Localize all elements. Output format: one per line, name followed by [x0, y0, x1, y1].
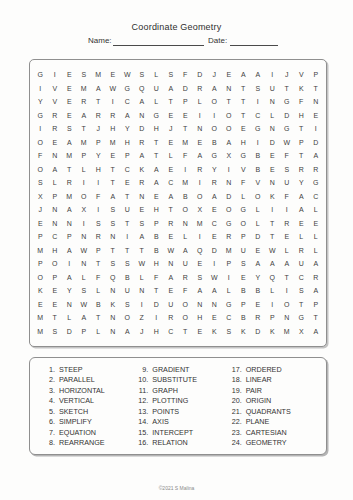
grid-cell-r16c15[interactable]: E [236, 271, 251, 285]
grid-cell-r12c5[interactable]: S [91, 217, 106, 231]
grid-cell-r7c17[interactable]: E [265, 149, 280, 163]
grid-cell-r4c2[interactable]: R [48, 109, 63, 123]
grid-cell-r17c14[interactable]: L [222, 284, 237, 298]
grid-cell-r17c11[interactable]: F [178, 284, 193, 298]
grid-cell-r3c10[interactable]: T [164, 95, 179, 109]
grid-cell-r5c6[interactable]: H [106, 122, 121, 136]
grid-cell-r15c4[interactable]: N [77, 257, 92, 271]
grid-cell-r6c9[interactable]: T [149, 136, 164, 150]
grid-cell-r2c4[interactable]: M [77, 82, 92, 96]
grid-cell-r13c10[interactable]: E [164, 230, 179, 244]
grid-cell-r8c10[interactable]: E [164, 163, 179, 177]
grid-cell-r6c6[interactable]: M [106, 136, 121, 150]
grid-cell-r20c1[interactable]: M [33, 325, 48, 339]
grid-cell-r14c16[interactable]: E [251, 244, 266, 258]
grid-cell-r10c14[interactable]: D [222, 190, 237, 204]
grid-cell-r12c12[interactable]: M [193, 217, 208, 231]
grid-cell-r20c17[interactable]: K [265, 325, 280, 339]
grid-cell-r6c20[interactable]: D [309, 136, 324, 150]
grid-cell-r8c11[interactable]: I [178, 163, 193, 177]
grid-cell-r15c5[interactable]: T [91, 257, 106, 271]
grid-cell-r3c6[interactable]: I [106, 95, 121, 109]
grid-cell-r8c3[interactable]: T [62, 163, 77, 177]
grid-cell-r20c2[interactable]: S [48, 325, 63, 339]
grid-cell-r13c15[interactable]: P [236, 230, 251, 244]
grid-cell-r18c15[interactable]: P [236, 298, 251, 312]
grid-cell-r9c14[interactable]: N [222, 176, 237, 190]
grid-cell-r8c13[interactable]: Y [207, 163, 222, 177]
grid-cell-r6c17[interactable]: D [265, 136, 280, 150]
grid-cell-r17c13[interactable]: A [207, 284, 222, 298]
grid-cell-r18c20[interactable]: P [309, 298, 324, 312]
grid-cell-r8c5[interactable]: H [91, 163, 106, 177]
grid-cell-r5c4[interactable]: T [77, 122, 92, 136]
grid-cell-r1c11[interactable]: F [178, 68, 193, 82]
grid-cell-r10c1[interactable]: X [33, 190, 48, 204]
grid-cell-r12c13[interactable]: C [207, 217, 222, 231]
grid-cell-r7c4[interactable]: P [77, 149, 92, 163]
grid-cell-r14c12[interactable]: Q [193, 244, 208, 258]
grid-cell-r4c16[interactable]: C [251, 109, 266, 123]
grid-cell-r19c14[interactable]: C [222, 311, 237, 325]
grid-cell-r15c12[interactable]: E [193, 257, 208, 271]
grid-cell-r14c18[interactable]: L [280, 244, 295, 258]
grid-cell-r11c2[interactable]: N [48, 203, 63, 217]
grid-cell-r19c8[interactable]: Z [135, 311, 150, 325]
grid-cell-r14c8[interactable]: T [135, 244, 150, 258]
grid-cell-r13c6[interactable]: N [106, 230, 121, 244]
grid-cell-r7c15[interactable]: G [236, 149, 251, 163]
grid-cell-r17c16[interactable]: B [251, 284, 266, 298]
grid-cell-r9c4[interactable]: I [77, 176, 92, 190]
grid-cell-r16c12[interactable]: S [193, 271, 208, 285]
grid-cell-r20c19[interactable]: X [294, 325, 309, 339]
grid-cell-r16c19[interactable]: C [294, 271, 309, 285]
grid-cell-r7c11[interactable]: F [178, 149, 193, 163]
grid-cell-r20c3[interactable]: D [62, 325, 77, 339]
grid-cell-r4c3[interactable]: E [62, 109, 77, 123]
grid-cell-r10c16[interactable]: O [251, 190, 266, 204]
grid-cell-r5c10[interactable]: J [164, 122, 179, 136]
grid-cell-r4c5[interactable]: R [91, 109, 106, 123]
grid-cell-r3c20[interactable]: N [309, 95, 324, 109]
grid-cell-r14c7[interactable]: T [120, 244, 135, 258]
grid-cell-r8c20[interactable]: R [309, 163, 324, 177]
grid-cell-r12c7[interactable]: T [120, 217, 135, 231]
grid-cell-r7c3[interactable]: M [62, 149, 77, 163]
grid-cell-r10c19[interactable]: A [294, 190, 309, 204]
grid-cell-r4c6[interactable]: R [106, 109, 121, 123]
grid-cell-r6c5[interactable]: P [91, 136, 106, 150]
grid-cell-r1c3[interactable]: E [62, 68, 77, 82]
grid-cell-r19c11[interactable]: O [178, 311, 193, 325]
grid-cell-r14c14[interactable]: M [222, 244, 237, 258]
grid-cell-r12c14[interactable]: G [222, 217, 237, 231]
grid-cell-r13c20[interactable]: L [309, 230, 324, 244]
grid-cell-r2c19[interactable]: K [294, 82, 309, 96]
grid-cell-r18c18[interactable]: O [280, 298, 295, 312]
grid-cell-r11c15[interactable]: G [236, 203, 251, 217]
grid-cell-r2c10[interactable]: A [164, 82, 179, 96]
grid-cell-r7c2[interactable]: N [48, 149, 63, 163]
grid-cell-r1c16[interactable]: A [251, 68, 266, 82]
grid-cell-r8c15[interactable]: V [236, 163, 251, 177]
grid-cell-r1c5[interactable]: M [91, 68, 106, 82]
grid-cell-r17c12[interactable]: A [193, 284, 208, 298]
grid-cell-r10c2[interactable]: P [48, 190, 63, 204]
grid-cell-r12c9[interactable]: P [149, 217, 164, 231]
grid-cell-r7c19[interactable]: T [294, 149, 309, 163]
grid-cell-r7c5[interactable]: Y [91, 149, 106, 163]
grid-cell-r9c1[interactable]: S [33, 176, 48, 190]
grid-cell-r16c18[interactable]: T [280, 271, 295, 285]
grid-cell-r6c14[interactable]: A [222, 136, 237, 150]
grid-cell-r9c15[interactable]: F [236, 176, 251, 190]
grid-cell-r20c18[interactable]: M [280, 325, 295, 339]
grid-cell-r8c17[interactable]: E [265, 163, 280, 177]
grid-cell-r19c3[interactable]: L [62, 311, 77, 325]
grid-cell-r6c15[interactable]: H [236, 136, 251, 150]
grid-cell-r17c18[interactable]: I [280, 284, 295, 298]
grid-cell-r20c6[interactable]: N [106, 325, 121, 339]
grid-cell-r12c20[interactable]: E [309, 217, 324, 231]
grid-cell-r2c1[interactable]: I [33, 82, 48, 96]
grid-cell-r19c2[interactable]: T [48, 311, 63, 325]
grid-cell-r9c3[interactable]: R [62, 176, 77, 190]
grid-cell-r18c1[interactable]: E [33, 298, 48, 312]
grid-cell-r17c10[interactable]: E [164, 284, 179, 298]
grid-cell-r3c11[interactable]: P [178, 95, 193, 109]
grid-cell-r20c12[interactable]: E [193, 325, 208, 339]
grid-cell-r17c9[interactable]: T [149, 284, 164, 298]
grid-cell-r13c11[interactable]: L [178, 230, 193, 244]
grid-cell-r11c18[interactable]: I [280, 203, 295, 217]
grid-cell-r12c16[interactable]: L [251, 217, 266, 231]
grid-cell-r19c9[interactable]: I [149, 311, 164, 325]
grid-cell-r19c16[interactable]: R [251, 311, 266, 325]
grid-cell-r15c13[interactable]: I [207, 257, 222, 271]
grid-cell-r15c18[interactable]: A [280, 257, 295, 271]
grid-cell-r20c13[interactable]: K [207, 325, 222, 339]
grid-cell-r11c11[interactable]: O [178, 203, 193, 217]
grid-cell-r16c6[interactable]: Q [106, 271, 121, 285]
grid-cell-r13c7[interactable]: I [120, 230, 135, 244]
grid-cell-r6c7[interactable]: H [120, 136, 135, 150]
grid-cell-r6c4[interactable]: M [77, 136, 92, 150]
name-field-line[interactable] [113, 45, 204, 46]
grid-cell-r5c17[interactable]: N [265, 122, 280, 136]
grid-cell-r12c19[interactable]: E [294, 217, 309, 231]
grid-cell-r18c19[interactable]: T [294, 298, 309, 312]
grid-cell-r16c5[interactable]: F [91, 271, 106, 285]
grid-cell-r13c5[interactable]: R [91, 230, 106, 244]
grid-cell-r3c3[interactable]: E [62, 95, 77, 109]
grid-cell-r1c6[interactable]: E [106, 68, 121, 82]
grid-cell-r3c18[interactable]: G [280, 95, 295, 109]
grid-cell-r2c18[interactable]: T [280, 82, 295, 96]
grid-cell-r7c9[interactable]: T [149, 149, 164, 163]
grid-cell-r5c5[interactable]: J [91, 122, 106, 136]
grid-cell-r12c6[interactable]: S [106, 217, 121, 231]
grid-cell-r8c8[interactable]: K [135, 163, 150, 177]
grid-cell-r4c18[interactable]: D [280, 109, 295, 123]
grid-cell-r10c9[interactable]: E [149, 190, 164, 204]
grid-cell-r11c4[interactable]: X [77, 203, 92, 217]
grid-cell-r14c1[interactable]: M [33, 244, 48, 258]
grid-cell-r15c8[interactable]: W [135, 257, 150, 271]
grid-cell-r14c3[interactable]: A [62, 244, 77, 258]
grid-cell-r2c17[interactable]: U [265, 82, 280, 96]
grid-cell-r10c3[interactable]: M [62, 190, 77, 204]
grid-cell-r17c19[interactable]: S [294, 284, 309, 298]
grid-cell-r20c15[interactable]: K [236, 325, 251, 339]
grid-cell-r20c4[interactable]: P [77, 325, 92, 339]
grid-cell-r1c13[interactable]: J [207, 68, 222, 82]
grid-cell-r6c8[interactable]: R [135, 136, 150, 150]
grid-cell-r5c16[interactable]: G [251, 122, 266, 136]
grid-cell-r11c16[interactable]: L [251, 203, 266, 217]
grid-cell-r14c5[interactable]: P [91, 244, 106, 258]
grid-cell-r15c19[interactable]: U [294, 257, 309, 271]
grid-cell-r13c4[interactable]: N [77, 230, 92, 244]
grid-cell-r18c13[interactable]: N [207, 298, 222, 312]
grid-cell-r8c14[interactable]: I [222, 163, 237, 177]
grid-cell-r19c1[interactable]: M [33, 311, 48, 325]
grid-cell-r15c17[interactable]: A [265, 257, 280, 271]
grid-cell-r4c8[interactable]: N [135, 109, 150, 123]
grid-cell-r13c19[interactable]: L [294, 230, 309, 244]
grid-cell-r4c15[interactable]: T [236, 109, 251, 123]
grid-cell-r9c20[interactable]: G [309, 176, 324, 190]
grid-cell-r18c8[interactable]: I [135, 298, 150, 312]
grid-cell-r5c7[interactable]: Y [120, 122, 135, 136]
grid-cell-r1c7[interactable]: W [120, 68, 135, 82]
grid-cell-r4c20[interactable]: E [309, 109, 324, 123]
date-field-line[interactable] [230, 45, 278, 46]
grid-cell-r12c1[interactable]: E [33, 217, 48, 231]
grid-cell-r17c3[interactable]: Y [62, 284, 77, 298]
grid-cell-r18c7[interactable]: S [120, 298, 135, 312]
grid-cell-r12c18[interactable]: R [280, 217, 295, 231]
grid-cell-r5c19[interactable]: T [294, 122, 309, 136]
grid-cell-r16c14[interactable]: I [222, 271, 237, 285]
grid-cell-r19c5[interactable]: T [91, 311, 106, 325]
grid-cell-r5c8[interactable]: D [135, 122, 150, 136]
grid-cell-r9c12[interactable]: I [193, 176, 208, 190]
grid-cell-r19c17[interactable]: P [265, 311, 280, 325]
grid-cell-r9c9[interactable]: A [149, 176, 164, 190]
grid-cell-r14c20[interactable]: L [309, 244, 324, 258]
grid-cell-r11c12[interactable]: X [193, 203, 208, 217]
grid-cell-r16c8[interactable]: L [135, 271, 150, 285]
grid-cell-r10c18[interactable]: F [280, 190, 295, 204]
grid-cell-r9c10[interactable]: C [164, 176, 179, 190]
grid-cell-r3c1[interactable]: Y [33, 95, 48, 109]
grid-cell-r4c13[interactable]: I [207, 109, 222, 123]
grid-cell-r10c20[interactable]: C [309, 190, 324, 204]
grid-cell-r8c4[interactable]: L [77, 163, 92, 177]
grid-cell-r18c2[interactable]: E [48, 298, 63, 312]
grid-cell-r16c20[interactable]: R [309, 271, 324, 285]
grid-cell-r4c10[interactable]: E [164, 109, 179, 123]
grid-cell-r6c19[interactable]: P [294, 136, 309, 150]
grid-cell-r15c15[interactable]: S [236, 257, 251, 271]
grid-cell-r2c5[interactable]: A [91, 82, 106, 96]
grid-cell-r1c10[interactable]: S [164, 68, 179, 82]
grid-cell-r4c12[interactable]: I [193, 109, 208, 123]
grid-cell-r13c13[interactable]: E [207, 230, 222, 244]
grid-cell-r11c17[interactable]: I [265, 203, 280, 217]
grid-cell-r11c20[interactable]: L [309, 203, 324, 217]
grid-cell-r5c15[interactable]: E [236, 122, 251, 136]
grid-cell-r20c8[interactable]: J [135, 325, 150, 339]
grid-cell-r7c20[interactable]: A [309, 149, 324, 163]
grid-cell-r20c16[interactable]: D [251, 325, 266, 339]
grid-cell-r4c9[interactable]: G [149, 109, 164, 123]
grid-cell-r20c5[interactable]: L [91, 325, 106, 339]
grid-cell-r19c7[interactable]: O [120, 311, 135, 325]
grid-cell-r16c16[interactable]: Y [251, 271, 266, 285]
grid-cell-r3c12[interactable]: L [193, 95, 208, 109]
grid-cell-r6c11[interactable]: M [178, 136, 193, 150]
grid-cell-r2c11[interactable]: D [178, 82, 193, 96]
grid-cell-r11c5[interactable]: I [91, 203, 106, 217]
grid-cell-r13c14[interactable]: R [222, 230, 237, 244]
grid-cell-r16c7[interactable]: B [120, 271, 135, 285]
grid-cell-r20c10[interactable]: C [164, 325, 179, 339]
grid-cell-r20c20[interactable]: A [309, 325, 324, 339]
grid-cell-r1c15[interactable]: A [236, 68, 251, 82]
grid-cell-r12c2[interactable]: N [48, 217, 63, 231]
grid-cell-r10c10[interactable]: A [164, 190, 179, 204]
grid-cell-r19c13[interactable]: E [207, 311, 222, 325]
grid-cell-r16c1[interactable]: O [33, 271, 48, 285]
grid-cell-r3c5[interactable]: T [91, 95, 106, 109]
grid-cell-r14c17[interactable]: W [265, 244, 280, 258]
grid-cell-r4c14[interactable]: O [222, 109, 237, 123]
grid-cell-r11c1[interactable]: J [33, 203, 48, 217]
grid-cell-r17c8[interactable]: N [135, 284, 150, 298]
grid-cell-r15c3[interactable]: I [62, 257, 77, 271]
grid-cell-r3c16[interactable]: I [251, 95, 266, 109]
grid-cell-r15c11[interactable]: U [178, 257, 193, 271]
grid-cell-r19c4[interactable]: A [77, 311, 92, 325]
grid-cell-r19c18[interactable]: N [280, 311, 295, 325]
grid-cell-r19c20[interactable]: T [309, 311, 324, 325]
grid-cell-r8c9[interactable]: A [149, 163, 164, 177]
grid-cell-r5c12[interactable]: N [193, 122, 208, 136]
grid-cell-r1c18[interactable]: J [280, 68, 295, 82]
grid-cell-r9c16[interactable]: V [251, 176, 266, 190]
grid-cell-r20c7[interactable]: A [120, 325, 135, 339]
grid-cell-r17c6[interactable]: N [106, 284, 121, 298]
grid-cell-r3c7[interactable]: C [120, 95, 135, 109]
grid-cell-r12c10[interactable]: R [164, 217, 179, 231]
grid-cell-r14c11[interactable]: A [178, 244, 193, 258]
grid-cell-r1c9[interactable]: L [149, 68, 164, 82]
grid-cell-r11c6[interactable]: S [106, 203, 121, 217]
grid-cell-r6c18[interactable]: W [280, 136, 295, 150]
grid-cell-r19c19[interactable]: G [294, 311, 309, 325]
grid-cell-r4c11[interactable]: E [178, 109, 193, 123]
grid-cell-r15c10[interactable]: N [164, 257, 179, 271]
grid-cell-r2c2[interactable]: V [48, 82, 63, 96]
grid-cell-r2c7[interactable]: G [120, 82, 135, 96]
grid-cell-r4c19[interactable]: H [294, 109, 309, 123]
grid-cell-r16c13[interactable]: W [207, 271, 222, 285]
grid-cell-r18c12[interactable]: N [193, 298, 208, 312]
grid-cell-r4c1[interactable]: G [33, 109, 48, 123]
grid-cell-r14c19[interactable]: R [294, 244, 309, 258]
grid-cell-r8c7[interactable]: C [120, 163, 135, 177]
grid-cell-r13c12[interactable]: I [193, 230, 208, 244]
grid-cell-r2c20[interactable]: T [309, 82, 324, 96]
grid-cell-r5c20[interactable]: I [309, 122, 324, 136]
grid-cell-r13c16[interactable]: D [251, 230, 266, 244]
grid-cell-r19c6[interactable]: N [106, 311, 121, 325]
grid-cell-r5c18[interactable]: G [280, 122, 295, 136]
grid-cell-r7c16[interactable]: B [251, 149, 266, 163]
grid-cell-r1c19[interactable]: V [294, 68, 309, 82]
grid-cell-r2c6[interactable]: W [106, 82, 121, 96]
grid-cell-r8c16[interactable]: B [251, 163, 266, 177]
grid-cell-r3c13[interactable]: O [207, 95, 222, 109]
grid-cell-r8c1[interactable]: O [33, 163, 48, 177]
grid-cell-r17c20[interactable]: A [309, 284, 324, 298]
grid-cell-r6c12[interactable]: E [193, 136, 208, 150]
grid-cell-r11c19[interactable]: A [294, 203, 309, 217]
grid-cell-r1c1[interactable]: G [33, 68, 48, 82]
grid-cell-r2c3[interactable]: E [62, 82, 77, 96]
grid-cell-r1c12[interactable]: D [193, 68, 208, 82]
grid-cell-r10c8[interactable]: N [135, 190, 150, 204]
grid-cell-r15c1[interactable]: P [33, 257, 48, 271]
grid-cell-r18c17[interactable]: I [265, 298, 280, 312]
grid-cell-r10c12[interactable]: O [193, 190, 208, 204]
grid-cell-r5c1[interactable]: I [33, 122, 48, 136]
grid-cell-r11c13[interactable]: E [207, 203, 222, 217]
grid-cell-r18c10[interactable]: U [164, 298, 179, 312]
grid-cell-r2c9[interactable]: U [149, 82, 164, 96]
grid-cell-r18c4[interactable]: W [77, 298, 92, 312]
grid-cell-r7c14[interactable]: X [222, 149, 237, 163]
grid-cell-r12c3[interactable]: N [62, 217, 77, 231]
grid-cell-r18c14[interactable]: G [222, 298, 237, 312]
grid-cell-r10c7[interactable]: T [120, 190, 135, 204]
grid-cell-r17c7[interactable]: U [120, 284, 135, 298]
grid-cell-r15c20[interactable]: A [309, 257, 324, 271]
grid-cell-r16c3[interactable]: A [62, 271, 77, 285]
grid-cell-r6c13[interactable]: B [207, 136, 222, 150]
grid-cell-r18c16[interactable]: E [251, 298, 266, 312]
grid-cell-r5c9[interactable]: H [149, 122, 164, 136]
grid-cell-r11c9[interactable]: H [149, 203, 164, 217]
grid-cell-r16c9[interactable]: F [149, 271, 164, 285]
grid-cell-r5c2[interactable]: R [48, 122, 63, 136]
grid-cell-r13c2[interactable]: C [48, 230, 63, 244]
grid-cell-r1c8[interactable]: S [135, 68, 150, 82]
grid-cell-r15c6[interactable]: S [106, 257, 121, 271]
grid-cell-r5c3[interactable]: S [62, 122, 77, 136]
grid-cell-r4c17[interactable]: L [265, 109, 280, 123]
grid-cell-r16c10[interactable]: A [164, 271, 179, 285]
grid-cell-r8c6[interactable]: T [106, 163, 121, 177]
grid-cell-r10c15[interactable]: L [236, 190, 251, 204]
grid-cell-r7c1[interactable]: F [33, 149, 48, 163]
grid-cell-r8c18[interactable]: S [280, 163, 295, 177]
grid-cell-r1c14[interactable]: E [222, 68, 237, 82]
grid-cell-r3c2[interactable]: V [48, 95, 63, 109]
